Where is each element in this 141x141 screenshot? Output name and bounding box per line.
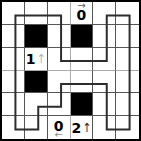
loop-cell[interactable]: [71, 71, 94, 94]
loop-cell[interactable]: [48, 2, 71, 25]
loop-cell[interactable]: [116, 93, 139, 116]
loop-cell[interactable]: [93, 48, 116, 71]
loop-cell[interactable]: [48, 93, 71, 116]
clue-cell[interactable]: 0←: [48, 116, 71, 139]
clue-number: 2: [71, 121, 81, 135]
loop-cell[interactable]: [2, 2, 25, 25]
yajilin-board: →01↑0←2↑: [0, 0, 141, 141]
loop-cell[interactable]: [93, 116, 116, 139]
loop-cell[interactable]: [93, 2, 116, 25]
black-cell[interactable]: [25, 71, 48, 94]
clue-cell[interactable]: 1↑: [25, 48, 48, 71]
loop-cell[interactable]: [116, 71, 139, 94]
clue-cell[interactable]: 2↑: [71, 116, 94, 139]
clue-arrow-right-icon: →: [77, 1, 85, 11]
loop-cell[interactable]: [48, 48, 71, 71]
loop-cell[interactable]: [25, 116, 48, 139]
loop-cell[interactable]: [93, 25, 116, 48]
clue-arrow-up-icon: ↑: [37, 52, 46, 65]
loop-cell[interactable]: [116, 48, 139, 71]
loop-cell[interactable]: [25, 93, 48, 116]
clue-arrow-up-icon: ↑: [82, 121, 91, 134]
loop-cell[interactable]: [93, 71, 116, 94]
loop-cell[interactable]: [2, 48, 25, 71]
loop-cell[interactable]: [93, 93, 116, 116]
clue-arrow-left-icon: ←: [54, 130, 62, 140]
clue-cell[interactable]: →0: [71, 2, 94, 25]
loop-cell[interactable]: [116, 2, 139, 25]
loop-cell[interactable]: [25, 2, 48, 25]
cell-grid: →01↑0←2↑: [2, 2, 139, 139]
loop-cell[interactable]: [2, 93, 25, 116]
loop-cell[interactable]: [48, 71, 71, 94]
loop-cell[interactable]: [48, 25, 71, 48]
loop-cell[interactable]: [2, 71, 25, 94]
loop-cell[interactable]: [2, 25, 25, 48]
black-cell[interactable]: [71, 25, 94, 48]
loop-cell[interactable]: [2, 116, 25, 139]
loop-cell[interactable]: [116, 25, 139, 48]
black-cell[interactable]: [25, 25, 48, 48]
loop-cell[interactable]: [71, 48, 94, 71]
loop-cell[interactable]: [116, 116, 139, 139]
black-cell[interactable]: [71, 93, 94, 116]
clue-number: 1: [26, 52, 36, 66]
